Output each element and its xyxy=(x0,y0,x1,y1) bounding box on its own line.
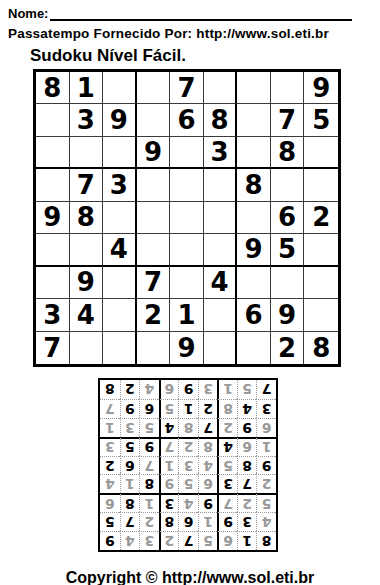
solution-cell-r8c5: 1 xyxy=(178,399,198,418)
sudoku-cell-r6c5[interactable] xyxy=(170,234,204,266)
sudoku-cell-r2c6: 8 xyxy=(204,104,238,136)
sudoku-cell-r2c5: 6 xyxy=(170,104,204,136)
sudoku-cell-r6c2[interactable] xyxy=(70,234,104,266)
sudoku-cell-r1c3[interactable] xyxy=(103,72,137,104)
solution-cell-r6c5: 2 xyxy=(178,437,198,456)
sudoku-cell-r7c6: 4 xyxy=(204,267,238,299)
solution-cell-r8c2: 4 xyxy=(237,399,257,418)
solution-cell-r8c9: 7 xyxy=(100,399,120,418)
solution-cell-r1c5: 7 xyxy=(178,531,198,550)
solution-cell-r1c2: 1 xyxy=(237,531,257,550)
sudoku-cell-r3c6: 3 xyxy=(204,137,238,169)
sudoku-cell-r4c8[interactable] xyxy=(271,169,305,201)
solution-cell-r2c8: 7 xyxy=(120,512,140,531)
solution-cell-r4c4: 6 xyxy=(198,474,218,493)
solution-cell-r3c7: 1 xyxy=(139,493,159,512)
sudoku-cell-r2c2: 3 xyxy=(70,104,104,136)
sudoku-cell-r5c6[interactable] xyxy=(204,202,238,234)
sudoku-cell-r2c7[interactable] xyxy=(237,104,271,136)
solution-cell-r1c4: 5 xyxy=(198,531,218,550)
sudoku-cell-r8c1: 3 xyxy=(36,299,70,331)
sudoku-cell-r3c9[interactable] xyxy=(304,137,338,169)
solution-cell-r8c1: 3 xyxy=(256,399,276,418)
sudoku-cell-r4c6[interactable] xyxy=(204,169,238,201)
sudoku-cell-r7c4: 7 xyxy=(137,267,171,299)
solution-cell-r7c1: 6 xyxy=(256,418,276,437)
solution-cell-r7c4: 7 xyxy=(198,418,218,437)
sudoku-cell-r1c6[interactable] xyxy=(204,72,238,104)
sudoku-cell-r8c9[interactable] xyxy=(304,299,338,331)
sudoku-cell-r1c2: 1 xyxy=(70,72,104,104)
sudoku-cell-r4c5[interactable] xyxy=(170,169,204,201)
copyright-text: Copyright © http://www.sol.eti.br xyxy=(0,569,380,585)
solution-cell-r8c3: 8 xyxy=(217,399,237,418)
solution-cell-r2c1: 4 xyxy=(256,512,276,531)
sudoku-cell-r5c7[interactable] xyxy=(237,202,271,234)
solution-cell-r9c2: 5 xyxy=(237,380,257,399)
solution-cell-r7c7: 5 xyxy=(139,418,159,437)
solution-cell-r4c5: 5 xyxy=(178,474,198,493)
solution-cell-r6c7: 9 xyxy=(139,437,159,456)
sudoku-cell-r9c7[interactable] xyxy=(237,332,271,364)
solution-cell-r4c1: 2 xyxy=(256,474,276,493)
sudoku-cell-r3c8: 8 xyxy=(271,137,305,169)
sudoku-cell-r7c2: 9 xyxy=(70,267,104,299)
sudoku-cell-r1c5: 7 xyxy=(170,72,204,104)
sudoku-cell-r3c1[interactable] xyxy=(36,137,70,169)
provider-line: Passatempo Fornecido Por: http://www.sol… xyxy=(8,26,380,41)
solution-cell-r9c1: 7 xyxy=(256,380,276,399)
solution-board-wrap: 8165723494391682755279431862736598149854… xyxy=(98,378,278,552)
name-label: Nome: xyxy=(8,7,48,21)
sudoku-cell-r5c4[interactable] xyxy=(137,202,171,234)
solution-cell-r7c3: 2 xyxy=(217,418,237,437)
solution-cell-r1c1: 8 xyxy=(256,531,276,550)
solution-cell-r7c9: 1 xyxy=(100,418,120,437)
sudoku-cell-r4c3: 3 xyxy=(103,169,137,201)
sudoku-cell-r1c7[interactable] xyxy=(237,72,271,104)
sudoku-cell-r6c8: 5 xyxy=(271,234,305,266)
sudoku-cell-r2c8: 7 xyxy=(271,104,305,136)
solution-cell-r2c4: 1 xyxy=(198,512,218,531)
sudoku-cell-r9c9: 8 xyxy=(304,332,338,364)
solution-cell-r6c9: 3 xyxy=(100,437,120,456)
solution-cell-r7c6: 4 xyxy=(159,418,179,437)
solution-cell-r4c3: 3 xyxy=(217,474,237,493)
solution-cell-r3c1: 5 xyxy=(256,493,276,512)
sudoku-cell-r5c2: 8 xyxy=(70,202,104,234)
name-field-row: Nome: xyxy=(8,7,352,21)
solution-cell-r2c6: 8 xyxy=(159,512,179,531)
solution-cell-r9c8: 2 xyxy=(120,380,140,399)
sudoku-cell-r2c1[interactable] xyxy=(36,104,70,136)
solution-cell-r4c8: 1 xyxy=(120,474,140,493)
sudoku-cell-r1c9: 9 xyxy=(304,72,338,104)
sudoku-cell-r7c1[interactable] xyxy=(36,267,70,299)
solution-cell-r5c2: 8 xyxy=(237,456,257,475)
solution-cell-r7c5: 8 xyxy=(178,418,198,437)
solution-cell-r3c6: 3 xyxy=(159,493,179,512)
solution-cell-r2c3: 9 xyxy=(217,512,237,531)
solution-cell-r3c2: 2 xyxy=(237,493,257,512)
solution-cell-r4c2: 7 xyxy=(237,474,257,493)
sudoku-cell-r4c2: 7 xyxy=(70,169,104,201)
sudoku-cell-r6c3: 4 xyxy=(103,234,137,266)
solution-cell-r5c9: 2 xyxy=(100,456,120,475)
solution-cell-r8c4: 2 xyxy=(198,399,218,418)
sudoku-cell-r3c7[interactable] xyxy=(237,137,271,169)
sudoku-cell-r6c9[interactable] xyxy=(304,234,338,266)
sudoku-cell-r8c8: 9 xyxy=(271,299,305,331)
solution-cell-r3c3: 7 xyxy=(217,493,237,512)
solution-cell-r8c8: 9 xyxy=(120,399,140,418)
sudoku-cell-r7c7[interactable] xyxy=(237,267,271,299)
solution-cell-r3c4: 9 xyxy=(198,493,218,512)
sudoku-cell-r4c4[interactable] xyxy=(137,169,171,201)
solution-cell-r2c7: 2 xyxy=(139,512,159,531)
page-title: Sudoku Nível Fácil. xyxy=(30,46,380,65)
solution-cell-r8c7: 6 xyxy=(139,399,159,418)
solution-board-rotated: 8165723494391682755279431862736598149854… xyxy=(98,378,278,552)
sudoku-cell-r1c4[interactable] xyxy=(137,72,171,104)
sudoku-cell-r4c7: 8 xyxy=(237,169,271,201)
solution-cell-r5c6: 1 xyxy=(159,456,179,475)
sudoku-cell-r6c7: 9 xyxy=(237,234,271,266)
worksheet-page: Nome: Passatempo Fornecido Por: http://w… xyxy=(0,0,380,585)
solution-cell-r5c7: 7 xyxy=(139,456,159,475)
sudoku-cell-r2c3: 9 xyxy=(103,104,137,136)
solution-cell-r1c6: 2 xyxy=(159,531,179,550)
sudoku-cell-r4c1[interactable] xyxy=(36,169,70,201)
sudoku-board: 817939687593873898624959743421697928 xyxy=(33,69,341,367)
solution-cell-r7c8: 3 xyxy=(120,418,140,437)
solution-cell-r2c2: 3 xyxy=(237,512,257,531)
sudoku-cell-r5c5[interactable] xyxy=(170,202,204,234)
sudoku-cell-r7c3[interactable] xyxy=(103,267,137,299)
sudoku-cell-r2c9: 5 xyxy=(304,104,338,136)
sudoku-cell-r9c4[interactable] xyxy=(137,332,171,364)
sudoku-cell-r5c3[interactable] xyxy=(103,202,137,234)
solution-cell-r5c8: 6 xyxy=(120,456,140,475)
solution-cell-r6c4: 8 xyxy=(198,437,218,456)
sudoku-cell-r9c8: 2 xyxy=(271,332,305,364)
sudoku-cell-r3c4: 9 xyxy=(137,137,171,169)
solution-cell-r2c9: 5 xyxy=(100,512,120,531)
solution-cell-r3c8: 8 xyxy=(120,493,140,512)
solution-cell-r6c8: 5 xyxy=(120,437,140,456)
sudoku-cell-r7c5[interactable] xyxy=(170,267,204,299)
sudoku-cell-r3c2[interactable] xyxy=(70,137,104,169)
solution-cell-r9c5: 9 xyxy=(178,380,198,399)
sudoku-cell-r6c1[interactable] xyxy=(36,234,70,266)
name-fill-line[interactable] xyxy=(50,7,352,21)
sudoku-cell-r8c6[interactable] xyxy=(204,299,238,331)
sudoku-cell-r8c5: 1 xyxy=(170,299,204,331)
sudoku-cell-r9c6[interactable] xyxy=(204,332,238,364)
sudoku-cell-r1c1: 8 xyxy=(36,72,70,104)
sudoku-cell-r8c3[interactable] xyxy=(103,299,137,331)
sudoku-cell-r7c9[interactable] xyxy=(304,267,338,299)
solution-cell-r9c3: 1 xyxy=(217,380,237,399)
sudoku-cell-r9c5: 9 xyxy=(170,332,204,364)
sudoku-cell-r5c8: 6 xyxy=(271,202,305,234)
solution-cell-r1c3: 6 xyxy=(217,531,237,550)
sudoku-cell-r3c5[interactable] xyxy=(170,137,204,169)
sudoku-cell-r4c9[interactable] xyxy=(304,169,338,201)
sudoku-cell-r9c2[interactable] xyxy=(70,332,104,364)
solution-cell-r3c9: 6 xyxy=(100,493,120,512)
solution-cell-r8c6: 5 xyxy=(159,399,179,418)
solution-cell-r6c2: 6 xyxy=(237,437,257,456)
solution-cell-r4c9: 4 xyxy=(100,474,120,493)
sudoku-cell-r3c3[interactable] xyxy=(103,137,137,169)
solution-cell-r1c9: 9 xyxy=(100,531,120,550)
sudoku-cell-r2c4[interactable] xyxy=(137,104,171,136)
solution-cell-r9c9: 8 xyxy=(100,380,120,399)
sudoku-cell-r6c6[interactable] xyxy=(204,234,238,266)
solution-cell-r9c6: 6 xyxy=(159,380,179,399)
solution-cell-r1c8: 4 xyxy=(120,531,140,550)
solution-cell-r1c7: 3 xyxy=(139,531,159,550)
solution-cell-r6c6: 7 xyxy=(159,437,179,456)
sudoku-cell-r9c1: 7 xyxy=(36,332,70,364)
solution-cell-r5c1: 9 xyxy=(256,456,276,475)
sudoku-cell-r8c4: 2 xyxy=(137,299,171,331)
sudoku-cell-r8c7: 6 xyxy=(237,299,271,331)
solution-cell-r5c3: 5 xyxy=(217,456,237,475)
solution-cell-r6c1: 1 xyxy=(256,437,276,456)
solution-cell-r4c7: 8 xyxy=(139,474,159,493)
solution-cell-r5c5: 3 xyxy=(178,456,198,475)
solution-cell-r5c4: 4 xyxy=(198,456,218,475)
sudoku-cell-r8c2: 4 xyxy=(70,299,104,331)
sudoku-cell-r6c4[interactable] xyxy=(137,234,171,266)
solution-cell-r9c7: 4 xyxy=(139,380,159,399)
solution-cell-r7c2: 9 xyxy=(237,418,257,437)
sudoku-cell-r9c3[interactable] xyxy=(103,332,137,364)
solution-cell-r3c5: 4 xyxy=(178,493,198,512)
sudoku-cell-r5c1: 9 xyxy=(36,202,70,234)
sudoku-cell-r7c8[interactable] xyxy=(271,267,305,299)
solution-cell-r4c6: 9 xyxy=(159,474,179,493)
solution-cell-r6c3: 4 xyxy=(217,437,237,456)
sudoku-cell-r1c8[interactable] xyxy=(271,72,305,104)
solution-cell-r2c5: 6 xyxy=(178,512,198,531)
sudoku-cell-r5c9: 2 xyxy=(304,202,338,234)
solution-cell-r9c4: 3 xyxy=(198,380,218,399)
